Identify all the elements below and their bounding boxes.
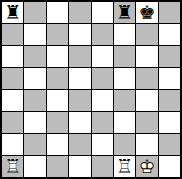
piece-glyph: ♖ (114, 156, 135, 177)
square-e8[interactable] (92, 2, 113, 23)
square-a4[interactable] (2, 90, 23, 111)
square-f1[interactable]: ♜♖ (114, 156, 135, 177)
square-f8[interactable]: ♜ (114, 2, 135, 23)
piece-glyph: ♖ (2, 156, 23, 177)
square-e3[interactable] (92, 112, 113, 133)
white-rook-piece[interactable]: ♜♖ (114, 156, 135, 177)
square-g2[interactable] (136, 134, 157, 155)
square-c4[interactable] (47, 90, 68, 111)
square-d3[interactable] (69, 112, 90, 133)
square-d7[interactable] (69, 24, 90, 45)
square-c8[interactable] (47, 2, 68, 23)
square-b2[interactable] (24, 134, 45, 155)
square-h1[interactable] (159, 156, 180, 177)
piece-glyph: ♜ (2, 2, 23, 23)
square-g4[interactable] (136, 90, 157, 111)
square-d8[interactable] (69, 2, 90, 23)
square-a1[interactable]: ♜♖ (2, 156, 23, 177)
square-c6[interactable] (47, 46, 68, 67)
piece-glyph: ♚ (136, 2, 157, 23)
square-h8[interactable] (159, 2, 180, 23)
square-c2[interactable] (47, 134, 68, 155)
square-h2[interactable] (159, 134, 180, 155)
square-b5[interactable] (24, 68, 45, 89)
square-b4[interactable] (24, 90, 45, 111)
square-g8[interactable]: ♚ (136, 2, 157, 23)
black-king-piece[interactable]: ♚ (136, 2, 157, 23)
square-a2[interactable] (2, 134, 23, 155)
square-e1[interactable] (92, 156, 113, 177)
chess-diagram: ♜♜♚♜♖♜♖♚♔ (0, 0, 182, 179)
square-c3[interactable] (47, 112, 68, 133)
square-h7[interactable] (159, 24, 180, 45)
square-f6[interactable] (114, 46, 135, 67)
square-h6[interactable] (159, 46, 180, 67)
square-a6[interactable] (2, 46, 23, 67)
square-d6[interactable] (69, 46, 90, 67)
square-c7[interactable] (47, 24, 68, 45)
square-f3[interactable] (114, 112, 135, 133)
square-g1[interactable]: ♚♔ (136, 156, 157, 177)
square-f7[interactable] (114, 24, 135, 45)
square-e5[interactable] (92, 68, 113, 89)
square-e6[interactable] (92, 46, 113, 67)
square-a7[interactable] (2, 24, 23, 45)
square-g5[interactable] (136, 68, 157, 89)
piece-glyph: ♜ (114, 2, 135, 23)
square-e2[interactable] (92, 134, 113, 155)
black-rook-piece[interactable]: ♜ (114, 2, 135, 23)
square-c5[interactable] (47, 68, 68, 89)
square-a5[interactable] (2, 68, 23, 89)
square-h4[interactable] (159, 90, 180, 111)
chess-board: ♜♜♚♜♖♜♖♚♔ (0, 0, 182, 179)
white-king-piece[interactable]: ♚♔ (136, 156, 157, 177)
square-g3[interactable] (136, 112, 157, 133)
piece-glyph: ♔ (136, 156, 157, 177)
square-g6[interactable] (136, 46, 157, 67)
square-d4[interactable] (69, 90, 90, 111)
square-h5[interactable] (159, 68, 180, 89)
square-e7[interactable] (92, 24, 113, 45)
square-b6[interactable] (24, 46, 45, 67)
square-f4[interactable] (114, 90, 135, 111)
square-h3[interactable] (159, 112, 180, 133)
square-d2[interactable] (69, 134, 90, 155)
square-d1[interactable] (69, 156, 90, 177)
square-b1[interactable] (24, 156, 45, 177)
square-d5[interactable] (69, 68, 90, 89)
square-e4[interactable] (92, 90, 113, 111)
square-a3[interactable] (2, 112, 23, 133)
white-rook-piece[interactable]: ♜♖ (2, 156, 23, 177)
square-a8[interactable]: ♜ (2, 2, 23, 23)
black-rook-piece[interactable]: ♜ (2, 2, 23, 23)
square-f5[interactable] (114, 68, 135, 89)
square-b8[interactable] (24, 2, 45, 23)
square-g7[interactable] (136, 24, 157, 45)
square-c1[interactable] (47, 156, 68, 177)
square-b7[interactable] (24, 24, 45, 45)
square-b3[interactable] (24, 112, 45, 133)
square-f2[interactable] (114, 134, 135, 155)
